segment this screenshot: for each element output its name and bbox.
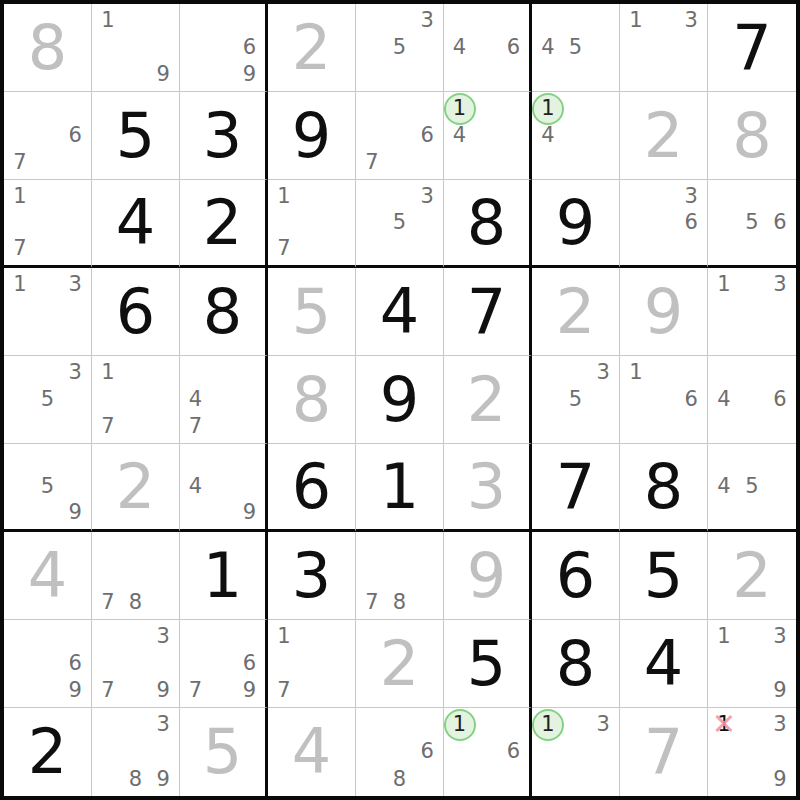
cell-r2c3[interactable]: 3 (180, 92, 268, 180)
cell-r6c4[interactable]: 6 (268, 444, 356, 532)
cell-r5c4[interactable]: 8 (268, 356, 356, 444)
cell-r3c2[interactable]: 4 (92, 180, 180, 268)
pencil-marks: 46 (446, 7, 527, 88)
cell-r6c7[interactable]: 7 (532, 444, 620, 532)
candidate-1[interactable]: 1 (6, 183, 34, 209)
cell-r1c6[interactable]: 46 (444, 4, 532, 92)
candidate-4[interactable]: 4 (534, 122, 562, 149)
candidate-6[interactable]: 6 (236, 34, 263, 61)
pencil-marks: 19 (94, 7, 177, 88)
candidate-1[interactable]: 1 (710, 271, 738, 298)
cell-r2c8[interactable]: 2 (620, 92, 708, 180)
pencil-marks: 17 (94, 359, 177, 440)
cell-r7c1[interactable]: 4 (4, 532, 92, 620)
pencil-marks: 78 (358, 535, 441, 616)
pencil-marks: 47 (182, 359, 263, 440)
candidate-7[interactable]: 7 (270, 236, 298, 262)
pencil-marks: 78 (94, 535, 177, 616)
candidate-4[interactable]: 4 (710, 386, 738, 413)
cell-r4c9[interactable]: 13 (708, 268, 796, 356)
cell-value-gray: 8 (268, 356, 355, 443)
candidate-6[interactable]: 6 (413, 738, 441, 765)
candidate-5[interactable]: 5 (562, 34, 590, 61)
cell-r2c2[interactable]: 5 (92, 92, 180, 180)
candidate-1[interactable]: 1 (6, 271, 34, 298)
pencil-marks: 14 (446, 95, 527, 176)
cell-r4c7[interactable]: 2 (532, 268, 620, 356)
cell-r8c6[interactable]: 5 (444, 620, 532, 708)
cell-r7c8[interactable]: 5 (620, 532, 708, 620)
cell-value-black: 6 (92, 268, 179, 355)
candidate-9[interactable]: 9 (236, 61, 263, 88)
candidate-9[interactable]: 9 (149, 766, 177, 793)
cell-r4c3[interactable]: 8 (180, 268, 268, 356)
candidate-4[interactable]: 4 (182, 473, 209, 499)
cell-value-black: 4 (92, 180, 179, 265)
candidate-6[interactable]: 6 (61, 650, 89, 677)
cell-r4c5[interactable]: 4 (356, 268, 444, 356)
cell-r1c8[interactable]: 13 (620, 4, 708, 92)
cell-r3c5[interactable]: 35 (356, 180, 444, 268)
candidate-3[interactable]: 3 (149, 711, 177, 738)
candidate-3[interactable]: 3 (413, 183, 441, 209)
candidate-3[interactable]: 3 (677, 183, 705, 209)
cell-value-black: 7 (532, 444, 619, 529)
pencil-marks: 36 (622, 183, 705, 262)
cell-value-gray: 2 (708, 532, 796, 619)
cell-value-black: 5 (92, 92, 179, 179)
cell-r1c3[interactable]: 69 (180, 4, 268, 92)
candidate-5[interactable]: 5 (34, 473, 62, 499)
pencil-marks: 17 (270, 183, 353, 262)
candidate-7[interactable]: 7 (270, 677, 298, 704)
cell-r1c5[interactable]: 35 (356, 4, 444, 92)
pencil-marks: 35 (6, 359, 89, 440)
cell-value-black: 9 (356, 356, 443, 443)
candidate-6[interactable]: 6 (677, 209, 705, 235)
cell-r8c3[interactable]: 679 (180, 620, 268, 708)
cell-value-black: 5 (620, 532, 707, 619)
candidate-5[interactable]: 5 (738, 209, 766, 235)
cell-r9c6[interactable]: 16 (444, 708, 532, 796)
pencil-marks: 389 (94, 711, 177, 793)
cell-value-black: 1 (180, 532, 265, 619)
cell-value-black: 4 (620, 620, 707, 707)
pencil-marks: 14 (534, 95, 617, 176)
candidate-5[interactable]: 5 (738, 473, 766, 499)
candidate-1[interactable]: 1 (94, 359, 122, 386)
cell-r7c7[interactable]: 6 (532, 532, 620, 620)
candidate-7[interactable]: 7 (94, 589, 122, 616)
cell-value-gray: 2 (444, 356, 529, 443)
cell-r7c3[interactable]: 1 (180, 532, 268, 620)
candidate-9[interactable]: 9 (236, 677, 263, 704)
candidate-3[interactable]: 3 (413, 7, 441, 34)
pencil-marks: 46 (710, 359, 794, 440)
cell-r5c2[interactable]: 17 (92, 356, 180, 444)
candidate-5[interactable]: 5 (386, 34, 414, 61)
cell-value-gray: 2 (356, 620, 443, 707)
pencil-marks: 35 (358, 7, 441, 88)
pencil-marks: 59 (6, 447, 89, 526)
candidate-9[interactable]: 9 (766, 766, 794, 793)
cell-value-black: 8 (620, 444, 707, 529)
candidate-1[interactable]: 1 (622, 359, 650, 386)
candidate-9[interactable]: 9 (149, 677, 177, 704)
cell-r6c9[interactable]: 45 (708, 444, 796, 532)
cell-r3c6[interactable]: 8 (444, 180, 532, 268)
candidate-4[interactable]: 4 (182, 386, 209, 413)
candidate-4[interactable]: 4 (446, 34, 473, 61)
pencil-marks: 67 (358, 95, 441, 176)
candidate-7[interactable]: 7 (182, 413, 209, 440)
candidate-8[interactable]: 8 (386, 589, 414, 616)
candidate-4[interactable]: 4 (710, 473, 738, 499)
candidate-3[interactable]: 3 (589, 711, 617, 738)
cell-r5c6[interactable]: 2 (444, 356, 532, 444)
candidate-1-circled[interactable]: 1 (446, 95, 473, 122)
cell-r2c9[interactable]: 8 (708, 92, 796, 180)
pencil-marks: 13 (534, 711, 617, 793)
cell-value-gray: 8 (4, 4, 91, 91)
cell-r1c9[interactable]: 7 (708, 4, 796, 92)
candidate-6[interactable]: 6 (766, 209, 794, 235)
candidate-7[interactable]: 7 (182, 677, 209, 704)
cell-r3c1[interactable]: 17 (4, 180, 92, 268)
candidate-6[interactable]: 6 (61, 122, 89, 149)
cell-r7c5[interactable]: 78 (356, 532, 444, 620)
cell-value-black: 1 (356, 444, 443, 529)
candidate-3[interactable]: 3 (149, 623, 177, 650)
candidate-5[interactable]: 5 (34, 386, 62, 413)
candidate-1-crossed-out[interactable]: 1 (710, 711, 738, 738)
cell-value-black: 2 (4, 708, 91, 796)
pencil-marks: 67 (6, 95, 89, 176)
cell-r8c7[interactable]: 8 (532, 620, 620, 708)
pencil-marks: 56 (710, 183, 794, 262)
cell-r8c8[interactable]: 4 (620, 620, 708, 708)
candidate-8[interactable]: 8 (122, 766, 150, 793)
cell-value-black: 5 (444, 620, 529, 707)
cell-r3c9[interactable]: 56 (708, 180, 796, 268)
candidate-6[interactable]: 6 (500, 738, 527, 765)
cell-value-gray: 4 (268, 708, 355, 796)
cell-value-black: 6 (532, 532, 619, 619)
pencil-marks: 45 (710, 447, 794, 526)
candidate-8[interactable]: 8 (122, 589, 150, 616)
candidate-8[interactable]: 8 (386, 766, 414, 793)
cell-r6c6[interactable]: 3 (444, 444, 532, 532)
candidate-3[interactable]: 3 (766, 623, 794, 650)
cell-r2c6[interactable]: 14 (444, 92, 532, 180)
cell-value-gray: 2 (92, 444, 179, 529)
candidate-9[interactable]: 9 (766, 677, 794, 704)
cell-r9c4[interactable]: 4 (268, 708, 356, 796)
pencil-marks: 16 (622, 359, 705, 440)
cell-r2c4[interactable]: 9 (268, 92, 356, 180)
cell-r5c8[interactable]: 16 (620, 356, 708, 444)
cell-value-gray: 3 (444, 444, 529, 529)
cell-value-black: 7 (708, 4, 796, 91)
cell-r6c8[interactable]: 8 (620, 444, 708, 532)
pencil-marks: 139 (710, 623, 794, 704)
pencil-marks: 69 (182, 7, 263, 88)
cell-r2c5[interactable]: 67 (356, 92, 444, 180)
cell-value-black: 3 (268, 532, 355, 619)
cell-value-black: 8 (532, 620, 619, 707)
cell-r5c1[interactable]: 35 (4, 356, 92, 444)
cell-value-black: 3 (180, 92, 265, 179)
candidate-1-circled[interactable]: 1 (534, 95, 562, 122)
candidate-9[interactable]: 9 (236, 500, 263, 526)
cell-r1c1[interactable]: 8 (4, 4, 92, 92)
cell-r8c5[interactable]: 2 (356, 620, 444, 708)
cell-value-gray: 9 (444, 532, 529, 619)
cell-value-black: 9 (268, 92, 355, 179)
pencil-marks: 35 (534, 359, 617, 440)
candidate-1[interactable]: 1 (622, 7, 650, 34)
pencil-marks: 17 (270, 623, 353, 704)
cell-value-black: 9 (532, 180, 619, 265)
cell-r6c1[interactable]: 59 (4, 444, 92, 532)
cell-r5c3[interactable]: 47 (180, 356, 268, 444)
candidate-3[interactable]: 3 (61, 359, 89, 386)
cell-value-black: 4 (356, 268, 443, 355)
cell-r8c2[interactable]: 379 (92, 620, 180, 708)
pencil-marks: 16 (446, 711, 527, 793)
cell-r9c9[interactable]: 139 (708, 708, 796, 796)
cell-r3c7[interactable]: 9 (532, 180, 620, 268)
cell-r4c2[interactable]: 6 (92, 268, 180, 356)
candidate-5[interactable]: 5 (562, 386, 590, 413)
candidate-3[interactable]: 3 (589, 359, 617, 386)
candidate-7[interactable]: 7 (358, 589, 386, 616)
cell-r4c1[interactable]: 13 (4, 268, 92, 356)
pencil-marks: 45 (534, 7, 617, 88)
candidate-3[interactable]: 3 (766, 271, 794, 298)
candidate-7[interactable]: 7 (94, 413, 122, 440)
pencil-marks: 49 (182, 447, 263, 526)
candidate-7[interactable]: 7 (6, 236, 34, 262)
cell-r4c4[interactable]: 5 (268, 268, 356, 356)
cell-r7c9[interactable]: 2 (708, 532, 796, 620)
cell-r9c1[interactable]: 2 (4, 708, 92, 796)
cell-r6c3[interactable]: 49 (180, 444, 268, 532)
candidate-7[interactable]: 7 (358, 149, 386, 176)
candidate-7[interactable]: 7 (6, 149, 34, 176)
pencil-marks: 13 (6, 271, 89, 352)
candidate-3[interactable]: 3 (677, 7, 705, 34)
cell-value-gray: 5 (180, 708, 265, 796)
cell-value-black: 6 (268, 444, 355, 529)
cell-r7c4[interactable]: 3 (268, 532, 356, 620)
cell-r3c8[interactable]: 36 (620, 180, 708, 268)
cell-r2c7[interactable]: 14 (532, 92, 620, 180)
cell-r9c2[interactable]: 389 (92, 708, 180, 796)
cell-value-gray: 2 (620, 92, 707, 179)
pencil-marks: 379 (94, 623, 177, 704)
cell-value-gray: 9 (620, 268, 707, 355)
cell-r7c6[interactable]: 9 (444, 532, 532, 620)
cell-r9c3[interactable]: 5 (180, 708, 268, 796)
cell-value-gray: 7 (620, 708, 707, 796)
cell-r1c2[interactable]: 19 (92, 4, 180, 92)
candidate-4[interactable]: 4 (446, 122, 473, 149)
candidate-3[interactable]: 3 (61, 271, 89, 298)
pencil-marks: 17 (6, 183, 89, 262)
candidate-9[interactable]: 9 (61, 500, 89, 526)
cell-value-black: 8 (444, 180, 529, 265)
candidate-7[interactable]: 7 (94, 677, 122, 704)
cell-r9c5[interactable]: 68 (356, 708, 444, 796)
cell-r9c8[interactable]: 7 (620, 708, 708, 796)
cell-r4c8[interactable]: 9 (620, 268, 708, 356)
candidate-9[interactable]: 9 (61, 677, 89, 704)
pencil-marks: 139 (710, 711, 794, 793)
candidate-6[interactable]: 6 (677, 386, 705, 413)
cell-r4c6[interactable]: 7 (444, 268, 532, 356)
candidate-3[interactable]: 3 (766, 711, 794, 738)
candidate-6[interactable]: 6 (766, 386, 794, 413)
candidate-5[interactable]: 5 (386, 209, 414, 235)
candidate-1[interactable]: 1 (270, 183, 298, 209)
cell-value-gray: 5 (268, 268, 355, 355)
cell-value-black: 2 (180, 180, 265, 265)
cell-value-gray: 8 (708, 92, 796, 179)
cell-value-black: 7 (444, 268, 529, 355)
cell-r8c1[interactable]: 69 (4, 620, 92, 708)
candidate-6[interactable]: 6 (413, 122, 441, 149)
cell-value-gray: 4 (4, 532, 91, 619)
pencil-marks: 13 (622, 7, 705, 88)
candidate-6[interactable]: 6 (236, 650, 263, 677)
candidate-6[interactable]: 6 (500, 34, 527, 61)
cell-r6c2[interactable]: 2 (92, 444, 180, 532)
candidate-4[interactable]: 4 (534, 34, 562, 61)
sudoku-board: 8196923546451376753967141428174217358936… (0, 0, 800, 800)
cell-value-gray: 2 (532, 268, 619, 355)
cell-r5c9[interactable]: 46 (708, 356, 796, 444)
pencil-marks: 13 (710, 271, 794, 352)
cell-r9c7[interactable]: 13 (532, 708, 620, 796)
pencil-marks: 68 (358, 711, 441, 793)
cell-r3c4[interactable]: 17 (268, 180, 356, 268)
candidate-1-circled[interactable]: 1 (446, 711, 473, 738)
cell-r3c3[interactable]: 2 (180, 180, 268, 268)
cell-value-black: 8 (180, 268, 265, 355)
cell-r7c2[interactable]: 78 (92, 532, 180, 620)
candidate-1[interactable]: 1 (94, 7, 122, 34)
cell-r6c5[interactable]: 1 (356, 444, 444, 532)
cell-value-gray: 2 (268, 4, 355, 91)
cell-r5c5[interactable]: 9 (356, 356, 444, 444)
candidate-9[interactable]: 9 (149, 61, 177, 88)
cell-r1c7[interactable]: 45 (532, 4, 620, 92)
pencil-marks: 69 (6, 623, 89, 704)
cell-r2c1[interactable]: 67 (4, 92, 92, 180)
pencil-marks: 35 (358, 183, 441, 262)
candidate-1[interactable]: 1 (270, 623, 298, 650)
candidate-1-circled[interactable]: 1 (534, 711, 562, 738)
cell-r5c7[interactable]: 35 (532, 356, 620, 444)
cell-r8c9[interactable]: 139 (708, 620, 796, 708)
cell-r8c4[interactable]: 17 (268, 620, 356, 708)
cell-r1c4[interactable]: 2 (268, 4, 356, 92)
candidate-1[interactable]: 1 (710, 623, 738, 650)
pencil-marks: 679 (182, 623, 263, 704)
